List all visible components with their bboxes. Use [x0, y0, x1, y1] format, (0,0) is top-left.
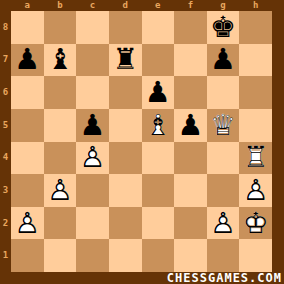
square-f7 [174, 44, 207, 77]
piece-glyph: ♜ [109, 44, 142, 77]
square-g6 [207, 76, 240, 109]
square-d6 [109, 76, 142, 109]
piece-white-pawn: ♟♙ [207, 207, 240, 240]
square-b5 [44, 109, 77, 142]
rank-label-5: 5 [0, 109, 11, 142]
square-a1 [11, 239, 44, 272]
square-c8 [76, 11, 109, 44]
square-a3 [11, 174, 44, 207]
piece-white-king: ♚♔ [239, 207, 272, 240]
piece-white-pawn: ♟♙ [11, 207, 44, 240]
rank-label-8: 8 [0, 11, 11, 44]
square-f3 [174, 174, 207, 207]
file-label-d: d [109, 0, 142, 11]
square-a5 [11, 109, 44, 142]
square-c1 [76, 239, 109, 272]
square-c2 [76, 207, 109, 240]
square-g1 [207, 239, 240, 272]
piece-glyph: ♟ [174, 109, 207, 142]
rank-labels: 87654321 [0, 11, 11, 272]
piece-outline: ♔ [239, 207, 272, 240]
square-h4: ♜♖ [239, 142, 272, 175]
square-b6 [44, 76, 77, 109]
piece-black-pawn: ♟ [76, 109, 109, 142]
square-e1 [142, 239, 175, 272]
piece-black-bishop: ♝ [44, 44, 77, 77]
piece-black-king: ♚ [207, 11, 240, 44]
square-b3: ♟♙ [44, 174, 77, 207]
square-h8 [239, 11, 272, 44]
piece-white-queen: ♛♕ [207, 109, 240, 142]
square-g2: ♟♙ [207, 207, 240, 240]
square-e7 [142, 44, 175, 77]
square-e3 [142, 174, 175, 207]
square-h5 [239, 109, 272, 142]
piece-black-pawn: ♟ [207, 44, 240, 77]
file-label-e: e [142, 0, 175, 11]
square-f8 [174, 11, 207, 44]
square-e2 [142, 207, 175, 240]
square-d5 [109, 109, 142, 142]
square-h2: ♚♔ [239, 207, 272, 240]
rank-label-7: 7 [0, 44, 11, 77]
square-c5: ♟ [76, 109, 109, 142]
rank-label-4: 4 [0, 142, 11, 175]
square-c7 [76, 44, 109, 77]
square-g8: ♚ [207, 11, 240, 44]
piece-white-bishop: ♝♗ [142, 109, 175, 142]
square-b7: ♝ [44, 44, 77, 77]
square-f6 [174, 76, 207, 109]
square-h7 [239, 44, 272, 77]
piece-glyph: ♟ [207, 44, 240, 77]
square-g4 [207, 142, 240, 175]
square-f2 [174, 207, 207, 240]
rank-label-1: 1 [0, 239, 11, 272]
square-d2 [109, 207, 142, 240]
square-f4 [174, 142, 207, 175]
piece-black-pawn: ♟ [174, 109, 207, 142]
square-a4 [11, 142, 44, 175]
square-d8 [109, 11, 142, 44]
square-b2 [44, 207, 77, 240]
square-a6 [11, 76, 44, 109]
square-a2: ♟♙ [11, 207, 44, 240]
rank-label-2: 2 [0, 207, 11, 240]
square-e5: ♝♗ [142, 109, 175, 142]
piece-outline: ♖ [239, 142, 272, 175]
chess-diagram: abcdefgh 87654321 ♚♟♝♜♟♟♟♝♗♟♛♕♟♙♜♖♟♙♟♙♟♙… [0, 0, 284, 284]
rank-label-6: 6 [0, 76, 11, 109]
square-a7: ♟ [11, 44, 44, 77]
square-e6: ♟ [142, 76, 175, 109]
piece-outline: ♗ [142, 109, 175, 142]
piece-outline: ♙ [239, 174, 272, 207]
file-label-b: b [44, 0, 77, 11]
piece-white-pawn: ♟♙ [239, 174, 272, 207]
square-c3 [76, 174, 109, 207]
file-label-a: a [11, 0, 44, 11]
square-f1 [174, 239, 207, 272]
piece-glyph: ♟ [11, 44, 44, 77]
watermark-text: CHESSGAMES.COM [167, 272, 282, 284]
chess-board: ♚♟♝♜♟♟♟♝♗♟♛♕♟♙♜♖♟♙♟♙♟♙♟♙♚♔ [11, 11, 272, 272]
piece-outline: ♙ [11, 207, 44, 240]
square-h1 [239, 239, 272, 272]
square-h3: ♟♙ [239, 174, 272, 207]
square-d1 [109, 239, 142, 272]
square-b4 [44, 142, 77, 175]
file-label-c: c [76, 0, 109, 11]
piece-white-pawn: ♟♙ [44, 174, 77, 207]
square-c4: ♟♙ [76, 142, 109, 175]
square-b8 [44, 11, 77, 44]
square-d4 [109, 142, 142, 175]
square-f5: ♟ [174, 109, 207, 142]
square-g7: ♟ [207, 44, 240, 77]
piece-white-rook: ♜♖ [239, 142, 272, 175]
piece-black-pawn: ♟ [11, 44, 44, 77]
piece-outline: ♙ [44, 174, 77, 207]
piece-glyph: ♟ [76, 109, 109, 142]
square-d3 [109, 174, 142, 207]
piece-glyph: ♚ [207, 11, 240, 44]
piece-black-rook: ♜ [109, 44, 142, 77]
square-g5: ♛♕ [207, 109, 240, 142]
rank-label-3: 3 [0, 174, 11, 207]
file-label-f: f [174, 0, 207, 11]
square-e4 [142, 142, 175, 175]
piece-glyph: ♝ [44, 44, 77, 77]
square-e8 [142, 11, 175, 44]
square-d7: ♜ [109, 44, 142, 77]
square-a8 [11, 11, 44, 44]
square-c6 [76, 76, 109, 109]
piece-black-pawn: ♟ [142, 76, 175, 109]
square-b1 [44, 239, 77, 272]
square-g3 [207, 174, 240, 207]
square-h6 [239, 76, 272, 109]
piece-glyph: ♟ [142, 76, 175, 109]
piece-outline: ♕ [207, 109, 240, 142]
piece-white-pawn: ♟♙ [76, 142, 109, 175]
piece-outline: ♙ [76, 142, 109, 175]
piece-outline: ♙ [207, 207, 240, 240]
file-label-h: h [239, 0, 272, 11]
